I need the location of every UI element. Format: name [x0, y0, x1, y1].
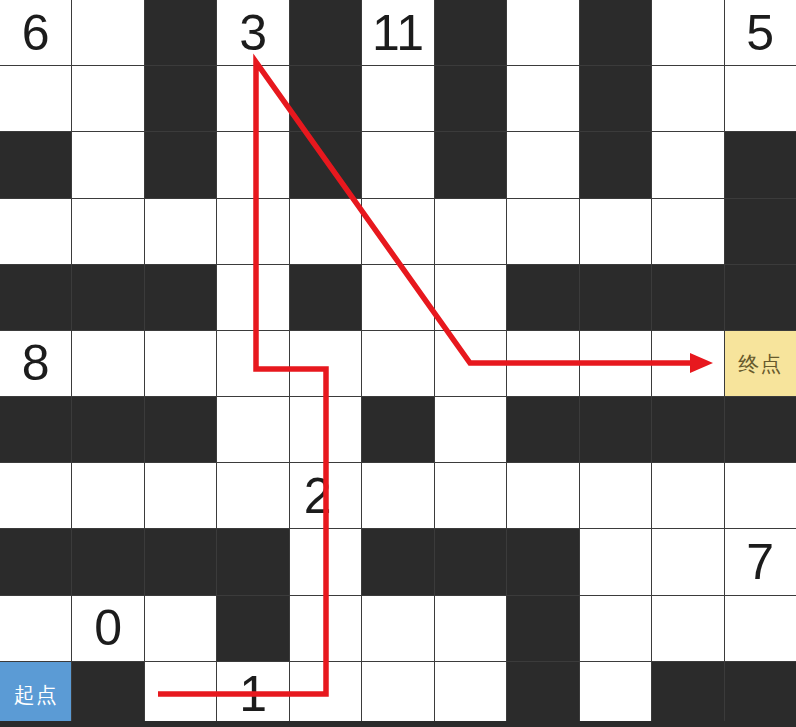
wall-cell-r8c1: [72, 529, 143, 594]
start-label: 起点: [14, 684, 58, 705]
cell-r6c3: [217, 397, 288, 462]
cell-r8c9: [652, 529, 723, 594]
cell-r5c3: [217, 331, 288, 396]
wall-cell-r2c8: [580, 132, 651, 197]
cell-r9c4: [290, 596, 361, 661]
cell-r10c5: [362, 662, 433, 727]
wall-cell-r1c4: [290, 66, 361, 131]
cell-r3c3: [217, 199, 288, 264]
wall-cell-r2c10: [725, 132, 796, 197]
wall-cell-r2c0: [0, 132, 71, 197]
cell-r5c8: [580, 331, 651, 396]
cell-r10c4: [290, 662, 361, 727]
cell-r10c8: [580, 662, 651, 727]
cell-r7c7: [507, 463, 578, 528]
clue-number-r10c3: 1: [239, 669, 267, 719]
cell-r9c2: [145, 596, 216, 661]
clue-number-r8c10: 7: [746, 537, 774, 587]
cell-r2c7: [507, 132, 578, 197]
cell-r0c10: 5: [725, 0, 796, 65]
end-cell: 终点: [725, 331, 796, 396]
cell-r3c7: [507, 199, 578, 264]
cell-r0c1: [72, 0, 143, 65]
cell-r3c4: [290, 199, 361, 264]
wall-cell-r8c7: [507, 529, 578, 594]
wall-cell-r2c6: [435, 132, 506, 197]
cell-r3c5: [362, 199, 433, 264]
wall-cell-r4c4: [290, 265, 361, 330]
cell-r9c10: [725, 596, 796, 661]
wall-cell-r8c0: [0, 529, 71, 594]
cell-r5c9: [652, 331, 723, 396]
cell-r10c2: [145, 662, 216, 727]
wall-cell-r1c2: [145, 66, 216, 131]
wall-cell-r10c1: [72, 662, 143, 727]
wall-cell-r10c9: [652, 662, 723, 727]
cell-r5c4: [290, 331, 361, 396]
wall-cell-r9c7: [507, 596, 578, 661]
wall-cell-r1c6: [435, 66, 506, 131]
wall-cell-r6c5: [362, 397, 433, 462]
cell-r2c1: [72, 132, 143, 197]
wall-cell-r0c8: [580, 0, 651, 65]
cell-r4c6: [435, 265, 506, 330]
wall-cell-r0c6: [435, 0, 506, 65]
wall-cell-r6c8: [580, 397, 651, 462]
wall-cell-r6c1: [72, 397, 143, 462]
cell-r2c3: [217, 132, 288, 197]
cell-r9c1: 0: [72, 596, 143, 661]
wall-cell-r0c2: [145, 0, 216, 65]
wall-cell-r4c0: [0, 265, 71, 330]
cell-r7c0: [0, 463, 71, 528]
cell-r7c9: [652, 463, 723, 528]
cell-r7c1: [72, 463, 143, 528]
clue-number-r0c5: 11: [372, 8, 424, 58]
wall-cell-r8c5: [362, 529, 433, 594]
end-label: 终点: [738, 353, 782, 374]
cell-r7c4: 2: [290, 463, 361, 528]
cell-r9c5: [362, 596, 433, 661]
wall-cell-r0c4: [290, 0, 361, 65]
cell-r4c5: [362, 265, 433, 330]
clue-number-r0c10: 5: [746, 8, 774, 58]
cell-r3c2: [145, 199, 216, 264]
wall-cell-r8c2: [145, 529, 216, 594]
wall-cell-r9c3: [217, 596, 288, 661]
cell-r0c3: 3: [217, 0, 288, 65]
board-bottom-border: [0, 721, 796, 727]
wall-cell-r10c10: [725, 662, 796, 727]
wall-cell-r6c10: [725, 397, 796, 462]
wall-cell-r1c8: [580, 66, 651, 131]
cell-r1c3: [217, 66, 288, 131]
wall-cell-r8c3: [217, 529, 288, 594]
clue-number-r9c1: 0: [94, 603, 122, 653]
cell-r9c6: [435, 596, 506, 661]
cell-r3c9: [652, 199, 723, 264]
cell-r8c4: [290, 529, 361, 594]
cell-r7c5: [362, 463, 433, 528]
cell-r1c9: [652, 66, 723, 131]
cell-r7c2: [145, 463, 216, 528]
cell-r6c6: [435, 397, 506, 462]
cell-r9c8: [580, 596, 651, 661]
cell-r8c8: [580, 529, 651, 594]
clue-number-r5c0: 8: [22, 338, 50, 388]
wall-cell-r6c7: [507, 397, 578, 462]
cell-r3c8: [580, 199, 651, 264]
cell-r7c10: [725, 463, 796, 528]
wall-cell-r10c7: [507, 662, 578, 727]
maze-grid: 631158终点270起点1: [0, 0, 796, 727]
cell-r3c1: [72, 199, 143, 264]
cell-r6c4: [290, 397, 361, 462]
wall-cell-r2c2: [145, 132, 216, 197]
cell-r9c9: [652, 596, 723, 661]
wall-cell-r6c2: [145, 397, 216, 462]
cell-r0c7: [507, 0, 578, 65]
wall-cell-r4c7: [507, 265, 578, 330]
cell-r4c3: [217, 265, 288, 330]
wall-cell-r4c1: [72, 265, 143, 330]
cell-r7c6: [435, 463, 506, 528]
wall-cell-r6c9: [652, 397, 723, 462]
start-cell: 起点: [0, 662, 71, 727]
cell-r1c1: [72, 66, 143, 131]
cell-r0c5: 11: [362, 0, 433, 65]
cell-r7c3: [217, 463, 288, 528]
cell-r8c10: 7: [725, 529, 796, 594]
wall-cell-r6c0: [0, 397, 71, 462]
cell-r1c10: [725, 66, 796, 131]
cell-r1c0: [0, 66, 71, 131]
clue-number-r7c4: 2: [304, 471, 332, 521]
cell-r2c9: [652, 132, 723, 197]
clue-number-r0c3: 3: [239, 8, 267, 58]
wall-cell-r4c2: [145, 265, 216, 330]
wall-cell-r8c6: [435, 529, 506, 594]
cell-r3c6: [435, 199, 506, 264]
cell-r2c5: [362, 132, 433, 197]
wall-cell-r2c4: [290, 132, 361, 197]
cell-r10c3: 1: [217, 662, 288, 727]
cell-r5c6: [435, 331, 506, 396]
cell-r5c0: 8: [0, 331, 71, 396]
cell-r5c1: [72, 331, 143, 396]
wall-cell-r4c10: [725, 265, 796, 330]
cell-r5c5: [362, 331, 433, 396]
wall-cell-r4c8: [580, 265, 651, 330]
cell-r7c8: [580, 463, 651, 528]
wall-cell-r3c10: [725, 199, 796, 264]
cell-r0c0: 6: [0, 0, 71, 65]
cell-r1c5: [362, 66, 433, 131]
cell-r9c0: [0, 596, 71, 661]
clue-number-r0c0: 6: [22, 8, 50, 58]
cell-r1c7: [507, 66, 578, 131]
cell-r5c2: [145, 331, 216, 396]
cell-r10c6: [435, 662, 506, 727]
cell-r5c7: [507, 331, 578, 396]
cell-r3c0: [0, 199, 71, 264]
cell-r0c9: [652, 0, 723, 65]
wall-cell-r4c9: [652, 265, 723, 330]
maze-board: 631158终点270起点1: [0, 0, 796, 727]
